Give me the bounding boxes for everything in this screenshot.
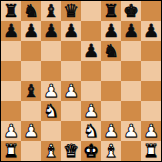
white-bishop-icon[interactable]: ♝ <box>103 141 119 161</box>
square-f2[interactable]: ♟ <box>101 121 121 141</box>
square-d3[interactable] <box>61 101 81 121</box>
square-d8[interactable]: ♛ <box>61 1 81 21</box>
square-h4[interactable] <box>141 81 161 101</box>
square-a5[interactable] <box>1 61 21 81</box>
black-bishop-icon[interactable]: ♝ <box>43 1 59 21</box>
white-pawn-icon[interactable]: ♟ <box>23 121 39 141</box>
square-d1[interactable]: ♛ <box>61 141 81 161</box>
white-pawn-icon[interactable]: ♟ <box>43 81 59 101</box>
square-g1[interactable] <box>121 141 141 161</box>
square-e3[interactable]: ♟ <box>81 101 101 121</box>
square-f4[interactable] <box>101 81 121 101</box>
square-a8[interactable]: ♜ <box>1 1 21 21</box>
black-bishop-icon[interactable]: ♝ <box>23 81 39 101</box>
square-c3[interactable]: ♞ <box>41 101 61 121</box>
square-e5[interactable] <box>81 61 101 81</box>
white-bishop-icon[interactable]: ♝ <box>43 141 59 161</box>
square-c2[interactable] <box>41 121 61 141</box>
white-pawn-icon[interactable]: ♟ <box>3 121 19 141</box>
square-h5[interactable] <box>141 61 161 81</box>
square-d2[interactable] <box>61 121 81 141</box>
square-a7[interactable]: ♟ <box>1 21 21 41</box>
square-c8[interactable]: ♝ <box>41 1 61 21</box>
white-pawn-icon[interactable]: ♟ <box>103 121 119 141</box>
square-b8[interactable]: ♞ <box>21 1 41 21</box>
square-b2[interactable]: ♟ <box>21 121 41 141</box>
black-pawn-icon[interactable]: ♟ <box>43 21 59 41</box>
square-g5[interactable] <box>121 61 141 81</box>
square-e6[interactable]: ♟ <box>81 41 101 61</box>
square-h7[interactable]: ♟ <box>141 21 161 41</box>
square-h3[interactable] <box>141 101 161 121</box>
square-g6[interactable] <box>121 41 141 61</box>
square-b6[interactable] <box>21 41 41 61</box>
black-pawn-icon[interactable]: ♟ <box>83 41 99 61</box>
square-f6[interactable]: ♞ <box>101 41 121 61</box>
white-pawn-icon[interactable]: ♟ <box>63 81 79 101</box>
chess-board: ♜♞♝♛♜♚♟♟♟♟♟♟♟♟♞♝♟♟♞♟♟♟♞♟♟♟♜♝♛♚♝♜ <box>0 0 162 162</box>
square-a6[interactable] <box>1 41 21 61</box>
square-f3[interactable] <box>101 101 121 121</box>
white-king-icon[interactable]: ♚ <box>83 141 99 161</box>
black-pawn-icon[interactable]: ♟ <box>143 21 159 41</box>
black-king-icon[interactable]: ♚ <box>123 1 139 21</box>
square-e4[interactable] <box>81 81 101 101</box>
white-pawn-icon[interactable]: ♟ <box>83 101 99 121</box>
square-b1[interactable] <box>21 141 41 161</box>
square-a2[interactable]: ♟ <box>1 121 21 141</box>
square-f1[interactable]: ♝ <box>101 141 121 161</box>
black-pawn-icon[interactable]: ♟ <box>23 21 39 41</box>
square-d7[interactable]: ♟ <box>61 21 81 41</box>
white-queen-icon[interactable]: ♛ <box>63 141 79 161</box>
black-pawn-icon[interactable]: ♟ <box>103 21 119 41</box>
square-d4[interactable]: ♟ <box>61 81 81 101</box>
square-b3[interactable] <box>21 101 41 121</box>
square-g7[interactable]: ♟ <box>121 21 141 41</box>
square-f8[interactable]: ♜ <box>101 1 121 21</box>
square-b4[interactable]: ♝ <box>21 81 41 101</box>
black-pawn-icon[interactable]: ♟ <box>3 21 19 41</box>
square-g4[interactable] <box>121 81 141 101</box>
white-knight-icon[interactable]: ♞ <box>83 121 99 141</box>
white-knight-icon[interactable]: ♞ <box>43 101 59 121</box>
black-pawn-icon[interactable]: ♟ <box>63 21 79 41</box>
square-d6[interactable] <box>61 41 81 61</box>
black-rook-icon[interactable]: ♜ <box>3 1 19 21</box>
square-h8[interactable] <box>141 1 161 21</box>
square-e8[interactable] <box>81 1 101 21</box>
white-pawn-icon[interactable]: ♟ <box>143 121 159 141</box>
square-c5[interactable] <box>41 61 61 81</box>
square-d5[interactable] <box>61 61 81 81</box>
square-c1[interactable]: ♝ <box>41 141 61 161</box>
black-rook-icon[interactable]: ♜ <box>103 1 119 21</box>
square-g3[interactable] <box>121 101 141 121</box>
square-e1[interactable]: ♚ <box>81 141 101 161</box>
square-a3[interactable] <box>1 101 21 121</box>
black-knight-icon[interactable]: ♞ <box>23 1 39 21</box>
white-rook-icon[interactable]: ♜ <box>143 141 159 161</box>
square-h6[interactable] <box>141 41 161 61</box>
square-g2[interactable]: ♟ <box>121 121 141 141</box>
square-h2[interactable]: ♟ <box>141 121 161 141</box>
square-c7[interactable]: ♟ <box>41 21 61 41</box>
white-rook-icon[interactable]: ♜ <box>3 141 19 161</box>
square-g8[interactable]: ♚ <box>121 1 141 21</box>
white-pawn-icon[interactable]: ♟ <box>123 121 139 141</box>
black-pawn-icon[interactable]: ♟ <box>123 21 139 41</box>
square-c6[interactable] <box>41 41 61 61</box>
black-queen-icon[interactable]: ♛ <box>63 1 79 21</box>
square-f7[interactable]: ♟ <box>101 21 121 41</box>
square-e7[interactable] <box>81 21 101 41</box>
square-f5[interactable] <box>101 61 121 81</box>
square-a1[interactable]: ♜ <box>1 141 21 161</box>
square-c4[interactable]: ♟ <box>41 81 61 101</box>
square-e2[interactable]: ♞ <box>81 121 101 141</box>
square-b7[interactable]: ♟ <box>21 21 41 41</box>
square-a4[interactable] <box>1 81 21 101</box>
square-h1[interactable]: ♜ <box>141 141 161 161</box>
black-knight-icon[interactable]: ♞ <box>103 41 119 61</box>
square-b5[interactable] <box>21 61 41 81</box>
